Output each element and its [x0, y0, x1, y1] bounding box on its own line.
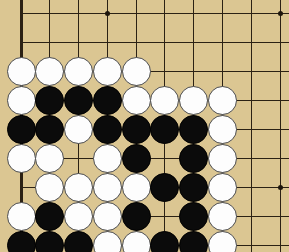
- black-stone[interactable]: [150, 231, 179, 252]
- black-stone[interactable]: [35, 202, 64, 231]
- white-stone[interactable]: [93, 231, 122, 252]
- black-stone[interactable]: [122, 115, 151, 144]
- white-stone[interactable]: [64, 57, 93, 86]
- white-stone[interactable]: [150, 86, 179, 115]
- go-board[interactable]: [0, 0, 289, 252]
- black-stone[interactable]: [64, 231, 93, 252]
- black-stone[interactable]: [35, 231, 64, 252]
- white-stone[interactable]: [7, 144, 36, 173]
- white-stone[interactable]: [35, 173, 64, 202]
- black-stone[interactable]: [35, 86, 64, 115]
- black-stone[interactable]: [122, 144, 151, 173]
- white-stone[interactable]: [122, 86, 151, 115]
- white-stone[interactable]: [7, 202, 36, 231]
- white-stone[interactable]: [208, 86, 237, 115]
- black-stone[interactable]: [150, 173, 179, 202]
- black-stone[interactable]: [179, 115, 208, 144]
- black-stone[interactable]: [179, 231, 208, 252]
- black-stone[interactable]: [179, 173, 208, 202]
- black-stone[interactable]: [122, 202, 151, 231]
- black-stone[interactable]: [179, 202, 208, 231]
- white-stone[interactable]: [93, 202, 122, 231]
- white-stone[interactable]: [179, 86, 208, 115]
- white-stone[interactable]: [7, 86, 36, 115]
- white-stone[interactable]: [208, 231, 237, 252]
- white-stone[interactable]: [122, 231, 151, 252]
- white-stone[interactable]: [208, 202, 237, 231]
- white-stone[interactable]: [64, 173, 93, 202]
- white-stone[interactable]: [64, 202, 93, 231]
- black-stone[interactable]: [7, 231, 36, 252]
- black-stone[interactable]: [93, 115, 122, 144]
- white-stone[interactable]: [208, 173, 237, 202]
- white-stone[interactable]: [64, 115, 93, 144]
- white-stone[interactable]: [35, 57, 64, 86]
- white-stone[interactable]: [7, 57, 36, 86]
- black-stone[interactable]: [35, 115, 64, 144]
- white-stone[interactable]: [208, 144, 237, 173]
- stone-grid: [7, 0, 289, 252]
- white-stone[interactable]: [93, 144, 122, 173]
- black-stone[interactable]: [93, 86, 122, 115]
- white-stone[interactable]: [35, 144, 64, 173]
- white-stone[interactable]: [93, 173, 122, 202]
- white-stone[interactable]: [93, 57, 122, 86]
- white-stone[interactable]: [208, 115, 237, 144]
- white-stone[interactable]: [122, 173, 151, 202]
- black-stone[interactable]: [179, 144, 208, 173]
- black-stone[interactable]: [7, 115, 36, 144]
- black-stone[interactable]: [150, 115, 179, 144]
- white-stone[interactable]: [122, 57, 151, 86]
- black-stone[interactable]: [64, 86, 93, 115]
